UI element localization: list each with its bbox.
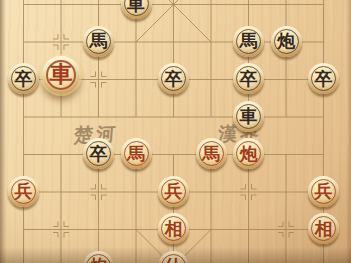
piece-black-horse[interactable]: 馬: [233, 26, 264, 57]
piece-red-cannon[interactable]: 炮: [83, 251, 114, 263]
piece-glyph: 車: [233, 101, 264, 132]
piece-red-cannon[interactable]: 炮: [233, 138, 264, 169]
piece-glyph: 兵: [158, 176, 189, 207]
game-screen: 楚河 漢界 車馬馬炮卒車卒卒卒車卒馬馬炮兵兵兵相相炮仕: [0, 0, 351, 263]
piece-red-pawn[interactable]: 兵: [8, 176, 39, 207]
piece-glyph: 仕: [158, 251, 189, 263]
piece-glyph: 兵: [8, 176, 39, 207]
piece-glyph: 相: [158, 213, 189, 244]
piece-black-pawn[interactable]: 卒: [83, 138, 114, 169]
piece-glyph: 馬: [196, 138, 227, 169]
piece-red-elephant[interactable]: 相: [308, 213, 339, 244]
piece-glyph: 馬: [233, 26, 264, 57]
piece-glyph: 車: [42, 56, 80, 94]
piece-glyph: 卒: [233, 63, 264, 94]
piece-black-chariot[interactable]: 車: [233, 101, 264, 132]
piece-glyph: 卒: [158, 63, 189, 94]
piece-black-pawn[interactable]: 卒: [8, 63, 39, 94]
piece-red-advisor[interactable]: 仕: [158, 251, 189, 263]
piece-glyph: 相: [308, 213, 339, 244]
piece-red-elephant[interactable]: 相: [158, 213, 189, 244]
piece-glyph: 炮: [271, 26, 302, 57]
piece-glyph: 炮: [233, 138, 264, 169]
piece-glyph: 卒: [83, 138, 114, 169]
piece-glyph: 馬: [83, 26, 114, 57]
piece-black-pawn[interactable]: 卒: [308, 63, 339, 94]
piece-black-pawn[interactable]: 卒: [233, 63, 264, 94]
piece-glyph: 卒: [308, 63, 339, 94]
piece-glyph: 炮: [83, 251, 114, 263]
piece-red-pawn[interactable]: 兵: [308, 176, 339, 207]
piece-red-chariot[interactable]: 車: [42, 56, 80, 94]
piece-glyph: 馬: [121, 138, 152, 169]
piece-black-horse[interactable]: 馬: [83, 26, 114, 57]
piece-glyph: 車: [121, 0, 152, 19]
piece-black-pawn[interactable]: 卒: [158, 63, 189, 94]
piece-red-horse[interactable]: 馬: [121, 138, 152, 169]
piece-red-pawn[interactable]: 兵: [158, 176, 189, 207]
piece-red-horse[interactable]: 馬: [196, 138, 227, 169]
piece-glyph: 兵: [308, 176, 339, 207]
piece-black-cannon[interactable]: 炮: [271, 26, 302, 57]
piece-black-chariot[interactable]: 車: [121, 0, 152, 19]
xiangqi-board[interactable]: 楚河 漢界 車馬馬炮卒車卒卒卒車卒馬馬炮兵兵兵相相炮仕: [0, 0, 351, 263]
piece-glyph: 卒: [8, 63, 39, 94]
